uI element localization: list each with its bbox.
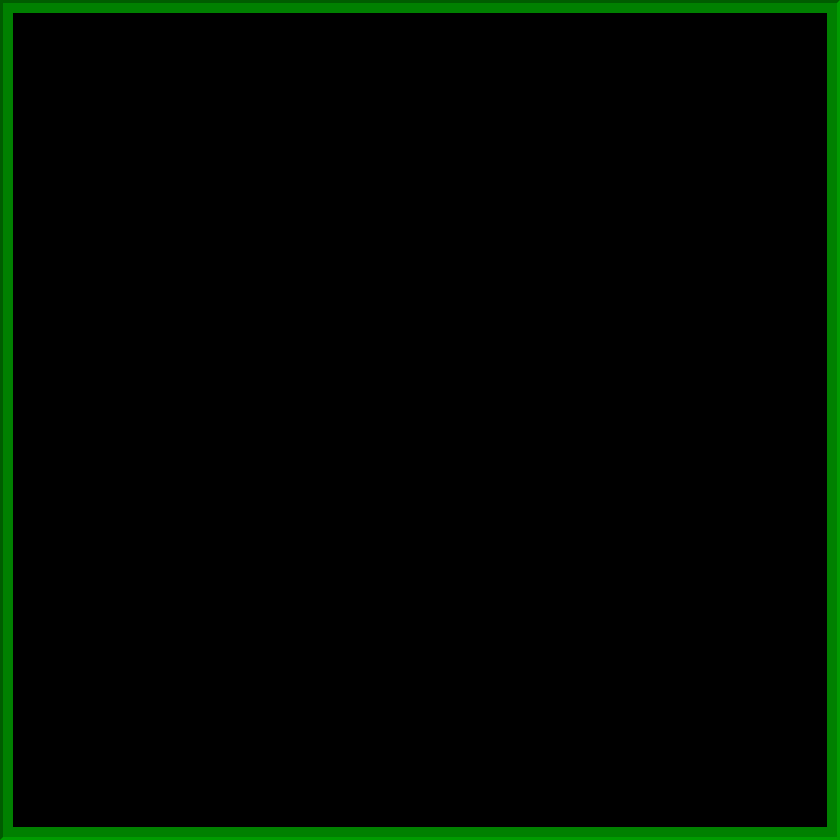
board-frame [0,0,840,840]
chess-board [13,13,827,827]
